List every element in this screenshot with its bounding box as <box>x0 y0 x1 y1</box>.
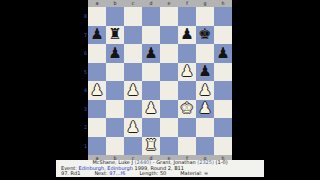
square-c1[interactable] <box>124 137 142 156</box>
white-pawn: ♟ <box>90 83 103 98</box>
black-king: ♚ <box>198 27 211 42</box>
square-f8[interactable] <box>178 7 196 26</box>
square-g8[interactable] <box>196 7 214 26</box>
square-g5[interactable]: ♟ <box>196 63 214 82</box>
square-a8[interactable] <box>88 7 106 26</box>
square-g3[interactable]: ♟ <box>196 100 214 119</box>
square-a2[interactable] <box>88 118 106 137</box>
square-d8[interactable] <box>142 7 160 26</box>
square-a4[interactable]: ♟ <box>88 81 106 100</box>
black-pawn: ♟ <box>90 27 103 42</box>
square-h8[interactable] <box>214 7 232 26</box>
square-e6[interactable] <box>160 44 178 63</box>
last-move: 97. Rd1 <box>61 171 80 177</box>
chessboard: ♟♜♟♚♟♟♟♟♟♟♟♟♟♚♟♟♜ <box>88 7 232 155</box>
square-d3[interactable]: ♟ <box>142 100 160 119</box>
square-e7[interactable] <box>160 26 178 45</box>
square-f4[interactable] <box>178 81 196 100</box>
square-h2[interactable] <box>214 118 232 137</box>
material-value: = <box>204 170 208 176</box>
square-c5[interactable] <box>124 63 142 82</box>
material-balance: Material: = <box>180 171 208 177</box>
square-f7[interactable]: ♟ <box>178 26 196 45</box>
square-d4[interactable] <box>142 81 160 100</box>
white-pawn: ♟ <box>126 83 139 98</box>
file-labels-top: abcdefgh <box>88 0 232 7</box>
square-d6[interactable]: ♟ <box>142 44 160 63</box>
black-pawn: ♟ <box>144 46 157 61</box>
square-b4[interactable] <box>106 81 124 100</box>
square-e2[interactable] <box>160 118 178 137</box>
chessboard-panel: abcdefgh 87654321 ♟♜♟♚♟♟♟♟♟♟♟♟♟♚♟♟♜ abcd… <box>83 0 232 161</box>
square-e1[interactable] <box>160 137 178 156</box>
game-length: Length: 50 <box>139 171 166 177</box>
square-d1[interactable]: ♜ <box>142 137 160 156</box>
coord-label: f <box>178 0 196 7</box>
square-c2[interactable]: ♟ <box>124 118 142 137</box>
coord-label: d <box>142 0 160 7</box>
square-h4[interactable] <box>214 81 232 100</box>
coord-label: g <box>196 0 214 7</box>
square-d5[interactable] <box>142 63 160 82</box>
length-value: 50 <box>160 170 166 176</box>
next-value: 97...f6 <box>109 170 125 176</box>
coord-label: h <box>214 0 232 7</box>
white-pawn: ♟ <box>126 120 139 135</box>
square-f3[interactable]: ♚ <box>178 100 196 119</box>
white-rook: ♜ <box>144 138 157 153</box>
square-e5[interactable] <box>160 63 178 82</box>
coord-label: e <box>160 0 178 7</box>
length-label: Length: <box>139 170 158 176</box>
square-h5[interactable] <box>214 63 232 82</box>
black-pawn: ♟ <box>108 46 121 61</box>
square-b8[interactable] <box>106 7 124 26</box>
white-pawn: ♟ <box>180 64 193 79</box>
square-a3[interactable] <box>88 100 106 119</box>
square-f5[interactable]: ♟ <box>178 63 196 82</box>
black-pawn: ♟ <box>198 64 211 79</box>
game-info-bar: McShane, Luke J (2440) - Grant, Jonathan… <box>56 160 264 177</box>
next-move: Next: 97...f6 <box>94 171 125 177</box>
square-c4[interactable]: ♟ <box>124 81 142 100</box>
square-a1[interactable] <box>88 137 106 156</box>
square-c8[interactable] <box>124 7 142 26</box>
square-b5[interactable] <box>106 63 124 82</box>
square-a7[interactable]: ♟ <box>88 26 106 45</box>
square-f2[interactable] <box>178 118 196 137</box>
square-g6[interactable] <box>196 44 214 63</box>
white-pawn: ♟ <box>198 83 211 98</box>
white-pawn: ♟ <box>144 101 157 116</box>
square-e4[interactable] <box>160 81 178 100</box>
square-e3[interactable] <box>160 100 178 119</box>
square-h7[interactable] <box>214 26 232 45</box>
square-a6[interactable] <box>88 44 106 63</box>
move-status-line: 97. Rd1 Next: 97...f6 Length: 50 Materia… <box>56 171 264 177</box>
coord-label: c <box>124 0 142 7</box>
square-g2[interactable] <box>196 118 214 137</box>
square-g1[interactable] <box>196 137 214 156</box>
black-pawn: ♟ <box>180 27 193 42</box>
game-result: (1-0) <box>216 159 228 165</box>
square-b1[interactable] <box>106 137 124 156</box>
square-g7[interactable]: ♚ <box>196 26 214 45</box>
square-e8[interactable] <box>160 7 178 26</box>
square-c3[interactable] <box>124 100 142 119</box>
white-pawn: ♟ <box>198 101 211 116</box>
black-rook: ♜ <box>108 27 121 42</box>
square-a5[interactable] <box>88 63 106 82</box>
square-f1[interactable] <box>178 137 196 156</box>
square-c7[interactable] <box>124 26 142 45</box>
black-pawn: ♟ <box>216 46 229 61</box>
square-d2[interactable] <box>142 118 160 137</box>
square-h6[interactable]: ♟ <box>214 44 232 63</box>
square-g4[interactable]: ♟ <box>196 81 214 100</box>
square-h3[interactable] <box>214 100 232 119</box>
square-b7[interactable]: ♜ <box>106 26 124 45</box>
square-b6[interactable]: ♟ <box>106 44 124 63</box>
square-b3[interactable] <box>106 100 124 119</box>
square-b2[interactable] <box>106 118 124 137</box>
square-d7[interactable] <box>142 26 160 45</box>
next-label: Next: <box>94 170 107 176</box>
square-f6[interactable] <box>178 44 196 63</box>
square-c6[interactable] <box>124 44 142 63</box>
black-player-rating: (2325) <box>197 159 214 165</box>
coord-label: a <box>88 0 106 7</box>
video-frame: abcdefgh 87654321 ♟♜♟♚♟♟♟♟♟♟♟♟♟♚♟♟♜ abcd… <box>0 0 320 180</box>
square-h1[interactable] <box>214 137 232 156</box>
coord-label: b <box>106 0 124 7</box>
material-label: Material: <box>180 170 202 176</box>
white-king: ♚ <box>180 101 193 116</box>
